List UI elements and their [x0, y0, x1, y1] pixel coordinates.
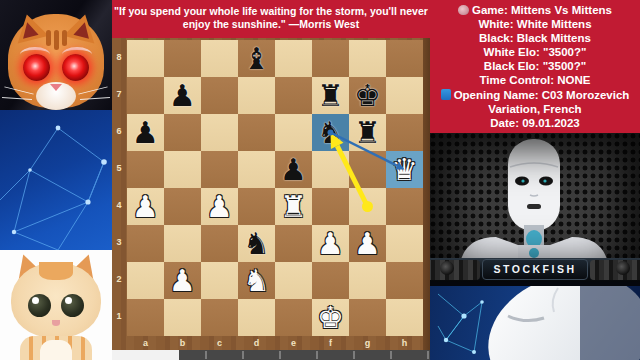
seek-bar-progress [112, 350, 179, 360]
video-frame: "If you spend your whole life waiting fo… [0, 0, 640, 360]
square-c2[interactable] [201, 262, 238, 299]
panel-divider [430, 282, 640, 286]
white-pawn-b2: ♟ [164, 262, 201, 299]
square-c4[interactable]: ♟ [201, 188, 238, 225]
info-line-7: Variation, French [430, 102, 640, 116]
info-line-1: White: White Mittens [430, 17, 640, 31]
cat-head [8, 14, 104, 108]
file-label-b: b [164, 338, 201, 348]
rank-label-8: 8 [112, 52, 126, 62]
file-label-c: c [201, 338, 238, 348]
chess-board: ♝♟♜♚♟♞♜♟♛♟♟♜♞♟♟♟♞♚ 87654321abcdefgh [112, 38, 430, 350]
white-queen-h5: ♛ [386, 151, 423, 188]
square-g6[interactable]: ♜ [349, 114, 386, 151]
square-b4[interactable] [164, 188, 201, 225]
square-c6[interactable] [201, 114, 238, 151]
black-bishop-d8: ♝ [238, 40, 275, 77]
info-line-6: Opening Name: C03 Morozevich [430, 88, 640, 102]
square-b7[interactable]: ♟ [164, 77, 201, 114]
kitten-eye [28, 294, 51, 317]
white-knight-d2: ♞ [238, 262, 275, 299]
square-a7[interactable] [127, 77, 164, 114]
kitten-nose [52, 320, 60, 326]
rank-label-4: 4 [112, 200, 126, 210]
whisker [4, 86, 33, 94]
rank-label-7: 7 [112, 89, 126, 99]
white-king-f1: ♚ [312, 299, 349, 336]
book-icon [441, 89, 451, 100]
square-d5[interactable] [238, 151, 275, 188]
square-a3[interactable] [127, 225, 164, 262]
square-a2[interactable] [127, 262, 164, 299]
quote-line-1: "If you spend your whole life waiting fo… [112, 5, 430, 18]
robot-face-closeup-image [430, 282, 640, 360]
square-c3[interactable] [201, 225, 238, 262]
square-e7[interactable] [275, 77, 312, 114]
cat-nose [50, 84, 62, 91]
black-knight-d3: ♞ [238, 225, 275, 262]
info-line-8: Date: 09.01.2023 [430, 116, 640, 130]
square-g1[interactable] [349, 299, 386, 336]
white-pawn-c4: ♟ [201, 188, 238, 225]
black-pawn-a6: ♟ [127, 114, 164, 151]
rank-label-5: 5 [112, 163, 126, 173]
white-pawn-a4: ♟ [127, 188, 164, 225]
seek-bar-tick [427, 351, 429, 359]
seek-bar-tick [279, 351, 281, 359]
square-f2[interactable] [312, 262, 349, 299]
band-knob [616, 261, 630, 275]
square-f4[interactable] [312, 188, 349, 225]
square-d6[interactable] [238, 114, 275, 151]
file-label-e: e [275, 338, 312, 348]
brain-icon [458, 5, 469, 15]
square-a6[interactable]: ♟ [127, 114, 164, 151]
black-knight-f6: ♞ [312, 114, 349, 151]
seek-bar-tick [390, 351, 392, 359]
square-b6[interactable] [164, 114, 201, 151]
cute-kitten-image [0, 250, 112, 360]
square-g8[interactable] [349, 40, 386, 77]
rank-label-6: 6 [112, 126, 126, 136]
board-grid: ♝♟♜♚♟♞♜♟♛♟♟♜♞♟♟♟♞♚ [127, 40, 423, 336]
square-f6[interactable]: ♞ [312, 114, 349, 151]
game-info-panel: Game: Mittens Vs MittensWhite: White Mit… [430, 0, 640, 133]
square-h2[interactable] [386, 262, 423, 299]
square-b2[interactable]: ♟ [164, 262, 201, 299]
square-h3[interactable] [386, 225, 423, 262]
info-line-2: Black: Black Mittens [430, 31, 640, 45]
evil-cat-image [0, 0, 112, 110]
square-c1[interactable] [201, 299, 238, 336]
stockfish-nameplate-band: STOCKFISH [430, 258, 640, 282]
square-e4[interactable]: ♜ [275, 188, 312, 225]
band-cylinder [590, 260, 640, 280]
stockfish-robot-image: STOCKFISH [430, 133, 640, 282]
band-knob [440, 261, 454, 275]
square-g3[interactable]: ♟ [349, 225, 386, 262]
square-h1[interactable] [386, 299, 423, 336]
square-b1[interactable] [164, 299, 201, 336]
board-edge-shade [423, 38, 430, 350]
square-c7[interactable] [201, 77, 238, 114]
square-e5[interactable]: ♟ [275, 151, 312, 188]
square-f3[interactable]: ♟ [312, 225, 349, 262]
info-line-3: White Elo: "3500?" [430, 45, 640, 59]
square-e6[interactable] [275, 114, 312, 151]
seek-bar[interactable] [112, 350, 430, 360]
square-g5[interactable] [349, 151, 386, 188]
square-h4[interactable] [386, 188, 423, 225]
file-label-d: d [238, 338, 275, 348]
black-king-g7: ♚ [349, 77, 386, 114]
whisker [80, 97, 110, 100]
rank-label-1: 1 [112, 311, 126, 321]
square-a4[interactable]: ♟ [127, 188, 164, 225]
rank-label-3: 3 [112, 237, 126, 247]
seek-bar-tick [242, 351, 244, 359]
square-h8[interactable] [386, 40, 423, 77]
kitten-head [11, 262, 101, 338]
kitten-chest [40, 340, 72, 360]
square-f1[interactable]: ♚ [312, 299, 349, 336]
square-d4[interactable] [238, 188, 275, 225]
white-pawn-f3: ♟ [312, 225, 349, 262]
square-h6[interactable] [386, 114, 423, 151]
square-c8[interactable] [201, 40, 238, 77]
black-pawn-e5: ♟ [275, 151, 312, 188]
square-h7[interactable] [386, 77, 423, 114]
kitten-forehead-patch [39, 262, 73, 280]
file-label-a: a [127, 338, 164, 348]
file-label-f: f [312, 338, 349, 348]
cat-stripe [54, 30, 59, 50]
blue-network-background [0, 110, 112, 250]
square-f7[interactable]: ♜ [312, 77, 349, 114]
red-glowing-eye [23, 54, 50, 81]
band-cylinder [430, 260, 480, 280]
seek-bar-tick [205, 351, 207, 359]
kitten-eye [61, 294, 84, 317]
square-a5[interactable] [127, 151, 164, 188]
black-rook-g6: ♜ [349, 114, 386, 151]
square-g4[interactable] [349, 188, 386, 225]
black-rook-f7: ♜ [312, 77, 349, 114]
white-pawn-g3: ♟ [349, 225, 386, 262]
square-d1[interactable] [238, 299, 275, 336]
square-h5[interactable]: ♛ [386, 151, 423, 188]
square-d7[interactable] [238, 77, 275, 114]
square-d3[interactable]: ♞ [238, 225, 275, 262]
square-g2[interactable] [349, 262, 386, 299]
square-e8[interactable] [275, 40, 312, 77]
quote-banner: "If you spend your whole life waiting fo… [112, 0, 430, 38]
seek-bar-tick [316, 351, 318, 359]
info-line-0: Game: Mittens Vs Mittens [430, 3, 640, 17]
info-line-5: Time Control: NONE [430, 73, 640, 87]
square-e3[interactable] [275, 225, 312, 262]
file-label-h: h [386, 338, 423, 348]
info-line-4: Black Elo: "3500?" [430, 59, 640, 73]
whisker [2, 97, 32, 100]
square-b8[interactable] [164, 40, 201, 77]
square-a8[interactable] [127, 40, 164, 77]
square-c5[interactable] [201, 151, 238, 188]
square-d8[interactable]: ♝ [238, 40, 275, 77]
square-f5[interactable] [312, 151, 349, 188]
cat-stripe [62, 30, 67, 46]
seek-bar-tick [353, 351, 355, 359]
whisker [78, 86, 107, 94]
rank-label-2: 2 [112, 274, 126, 284]
cat-stripe [46, 30, 51, 46]
white-rook-e4: ♜ [275, 188, 312, 225]
square-b5[interactable] [164, 151, 201, 188]
square-b3[interactable] [164, 225, 201, 262]
red-glowing-eye [62, 54, 89, 81]
stockfish-label: STOCKFISH [482, 259, 588, 280]
square-e1[interactable] [275, 299, 312, 336]
square-f8[interactable] [312, 40, 349, 77]
square-d2[interactable]: ♞ [238, 262, 275, 299]
square-a1[interactable] [127, 299, 164, 336]
square-g7[interactable]: ♚ [349, 77, 386, 114]
black-pawn-b7: ♟ [164, 77, 201, 114]
quote-line-2: enjoy the sunshine." —Morris West [112, 18, 430, 31]
file-label-g: g [349, 338, 386, 348]
square-e2[interactable] [275, 262, 312, 299]
